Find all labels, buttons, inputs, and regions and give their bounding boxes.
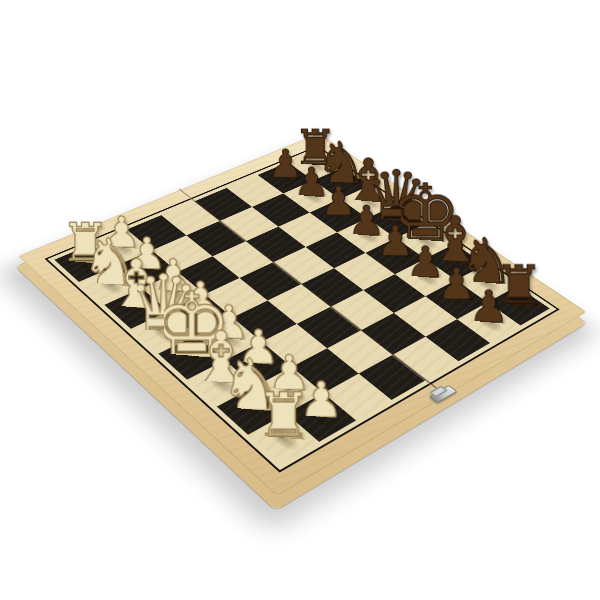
chess-board: ♜♞♝♛♚♝♞♜♟♟♟♟♟♟♟♟♟♟♟♟♟♟♟♟♜♞♝♛♚♝♞♜ xyxy=(18,133,587,496)
piece-black-pawn-h7[interactable]: ♟ xyxy=(468,275,509,322)
product-photo-stage: ♜♞♝♛♚♝♞♜♟♟♟♟♟♟♟♟♟♟♟♟♟♟♟♟♜♞♝♛♚♝♞♜ xyxy=(0,0,600,600)
scene-rotation-wrapper: ♜♞♝♛♚♝♞♜♟♟♟♟♟♟♟♟♟♟♟♟♟♟♟♟♜♞♝♛♚♝♞♜ xyxy=(0,0,600,600)
perspective-scene: ♜♞♝♛♚♝♞♜♟♟♟♟♟♟♟♟♟♟♟♟♟♟♟♟♜♞♝♛♚♝♞♜ xyxy=(0,0,600,600)
piece-white-rook-h1[interactable]: ♜ xyxy=(258,372,309,439)
